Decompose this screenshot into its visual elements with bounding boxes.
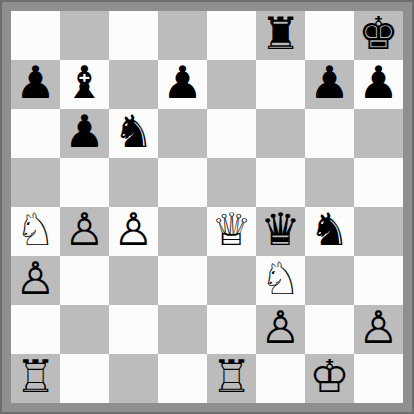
square-a1[interactable]: ♖ xyxy=(11,354,60,403)
square-b4[interactable]: ♙ xyxy=(60,207,109,256)
square-a2[interactable] xyxy=(11,305,60,354)
square-d4[interactable] xyxy=(158,207,207,256)
square-c7[interactable] xyxy=(109,60,158,109)
square-d8[interactable] xyxy=(158,11,207,60)
piece-white-queen[interactable]: ♕ xyxy=(211,207,251,254)
square-h8[interactable]: ♚ xyxy=(354,11,403,60)
square-f1[interactable] xyxy=(256,354,305,403)
square-d2[interactable] xyxy=(158,305,207,354)
square-g1[interactable]: ♔ xyxy=(305,354,354,403)
square-f4[interactable]: ♛ xyxy=(256,207,305,256)
square-c5[interactable] xyxy=(109,158,158,207)
square-h1[interactable] xyxy=(354,354,403,403)
piece-black-rook[interactable]: ♜ xyxy=(260,11,300,58)
piece-black-bishop[interactable]: ♝ xyxy=(64,60,104,107)
square-e4[interactable]: ♕ xyxy=(207,207,256,256)
square-h7[interactable]: ♟ xyxy=(354,60,403,109)
piece-white-pawn[interactable]: ♙ xyxy=(15,256,55,303)
chess-board: ♜♚♟♝♟♟♟♟♞♘♙♙♕♛♞♙♘♙♙♖♖♔ xyxy=(11,11,403,403)
square-g7[interactable]: ♟ xyxy=(305,60,354,109)
piece-white-rook[interactable]: ♖ xyxy=(15,354,55,401)
square-f5[interactable] xyxy=(256,158,305,207)
square-b7[interactable]: ♝ xyxy=(60,60,109,109)
square-f8[interactable]: ♜ xyxy=(256,11,305,60)
square-f6[interactable] xyxy=(256,109,305,158)
square-e2[interactable] xyxy=(207,305,256,354)
square-c4[interactable]: ♙ xyxy=(109,207,158,256)
piece-black-queen[interactable]: ♛ xyxy=(260,207,300,254)
square-f3[interactable]: ♘ xyxy=(256,256,305,305)
board-frame: ♜♚♟♝♟♟♟♟♞♘♙♙♕♛♞♙♘♙♙♖♖♔ xyxy=(0,0,414,414)
piece-white-pawn[interactable]: ♙ xyxy=(64,207,104,254)
square-a6[interactable] xyxy=(11,109,60,158)
piece-black-pawn[interactable]: ♟ xyxy=(162,60,202,107)
piece-white-king[interactable]: ♔ xyxy=(309,354,349,401)
square-d1[interactable] xyxy=(158,354,207,403)
piece-white-pawn[interactable]: ♙ xyxy=(260,305,300,352)
square-f7[interactable] xyxy=(256,60,305,109)
square-c8[interactable] xyxy=(109,11,158,60)
square-g3[interactable] xyxy=(305,256,354,305)
square-a8[interactable] xyxy=(11,11,60,60)
piece-white-knight[interactable]: ♘ xyxy=(15,207,55,254)
square-e5[interactable] xyxy=(207,158,256,207)
piece-white-rook[interactable]: ♖ xyxy=(211,354,251,401)
piece-white-pawn[interactable]: ♙ xyxy=(113,207,153,254)
square-h4[interactable] xyxy=(354,207,403,256)
square-g6[interactable] xyxy=(305,109,354,158)
piece-black-pawn[interactable]: ♟ xyxy=(358,60,398,107)
square-c3[interactable] xyxy=(109,256,158,305)
square-b6[interactable]: ♟ xyxy=(60,109,109,158)
square-d7[interactable]: ♟ xyxy=(158,60,207,109)
square-b1[interactable] xyxy=(60,354,109,403)
square-g5[interactable] xyxy=(305,158,354,207)
square-a5[interactable] xyxy=(11,158,60,207)
square-e8[interactable] xyxy=(207,11,256,60)
square-h5[interactable] xyxy=(354,158,403,207)
square-g4[interactable]: ♞ xyxy=(305,207,354,256)
piece-white-knight[interactable]: ♘ xyxy=(260,256,300,303)
square-b5[interactable] xyxy=(60,158,109,207)
piece-white-pawn[interactable]: ♙ xyxy=(358,305,398,352)
square-e1[interactable]: ♖ xyxy=(207,354,256,403)
piece-black-pawn[interactable]: ♟ xyxy=(64,109,104,156)
square-f2[interactable]: ♙ xyxy=(256,305,305,354)
square-h3[interactable] xyxy=(354,256,403,305)
piece-black-knight[interactable]: ♞ xyxy=(113,109,153,156)
square-d5[interactable] xyxy=(158,158,207,207)
square-c1[interactable] xyxy=(109,354,158,403)
piece-black-knight[interactable]: ♞ xyxy=(309,207,349,254)
square-a3[interactable]: ♙ xyxy=(11,256,60,305)
square-c2[interactable] xyxy=(109,305,158,354)
square-h2[interactable]: ♙ xyxy=(354,305,403,354)
square-g8[interactable] xyxy=(305,11,354,60)
square-e3[interactable] xyxy=(207,256,256,305)
square-e7[interactable] xyxy=(207,60,256,109)
piece-black-pawn[interactable]: ♟ xyxy=(309,60,349,107)
square-d6[interactable] xyxy=(158,109,207,158)
square-d3[interactable] xyxy=(158,256,207,305)
square-h6[interactable] xyxy=(354,109,403,158)
square-b3[interactable] xyxy=(60,256,109,305)
square-a4[interactable]: ♘ xyxy=(11,207,60,256)
square-c6[interactable]: ♞ xyxy=(109,109,158,158)
piece-black-pawn[interactable]: ♟ xyxy=(15,60,55,107)
square-b8[interactable] xyxy=(60,11,109,60)
square-g2[interactable] xyxy=(305,305,354,354)
square-e6[interactable] xyxy=(207,109,256,158)
square-b2[interactable] xyxy=(60,305,109,354)
piece-black-king[interactable]: ♚ xyxy=(358,11,398,58)
square-a7[interactable]: ♟ xyxy=(11,60,60,109)
